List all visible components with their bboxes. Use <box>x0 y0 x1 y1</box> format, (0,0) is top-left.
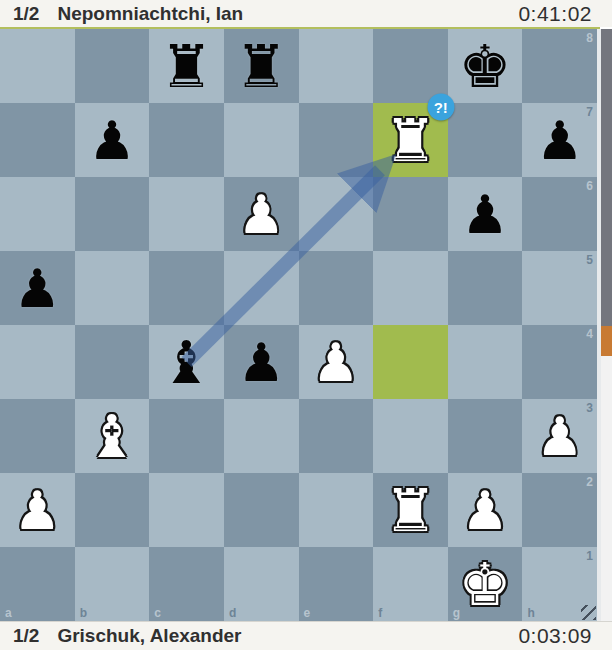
square-f2[interactable]: ♜ <box>373 473 448 547</box>
white-king-g1[interactable]: ♚ <box>448 547 523 621</box>
square-a2[interactable]: ♟ <box>0 473 75 547</box>
rank-label-5: 5 <box>586 253 593 267</box>
black-pawn-a5[interactable]: ♟ <box>0 251 75 325</box>
black-pawn-h7[interactable]: ♟ <box>522 103 597 177</box>
rank-label-8: 8 <box>586 31 593 45</box>
rank-label-6: 6 <box>586 179 593 193</box>
square-d4[interactable]: ♟ <box>224 325 299 399</box>
white-pawn-e4[interactable]: ♟ <box>299 325 374 399</box>
square-b8[interactable] <box>75 29 150 103</box>
square-f1[interactable]: f <box>373 547 448 621</box>
side-scroll-track-bottom <box>601 356 612 621</box>
square-d3[interactable] <box>224 399 299 473</box>
top-player-name: Nepomniachtchi, Ian <box>57 3 243 25</box>
white-pawn-a2[interactable]: ♟ <box>0 473 75 547</box>
square-c3[interactable] <box>149 399 224 473</box>
square-a4[interactable] <box>0 325 75 399</box>
white-pawn-g2[interactable]: ♟ <box>448 473 523 547</box>
top-player-clock: 0:41:02 <box>518 2 592 26</box>
side-scroll-thumb[interactable] <box>601 326 612 356</box>
chess-board[interactable]: ♜♜♚8♟♜♟7♟♟6♟5♝♟♟4♝♟3♟♜♟2abcdef♚g1h <box>0 29 597 621</box>
black-rook-c8[interactable]: ♜ <box>149 29 224 103</box>
square-a7[interactable] <box>0 103 75 177</box>
player-bar-top: 1/2 Nepomniachtchi, Ian 0:41:02 <box>0 0 612 27</box>
file-label-f: f <box>378 606 382 620</box>
file-label-d: d <box>229 606 236 620</box>
square-h5[interactable]: 5 <box>522 251 597 325</box>
square-d8[interactable]: ♜ <box>224 29 299 103</box>
side-scroll-track-top <box>601 29 612 326</box>
square-c1[interactable]: c <box>149 547 224 621</box>
square-e5[interactable] <box>299 251 374 325</box>
rank-label-2: 2 <box>586 475 593 489</box>
square-b1[interactable]: b <box>75 547 150 621</box>
square-e6[interactable] <box>299 177 374 251</box>
file-label-b: b <box>80 606 87 620</box>
square-f3[interactable] <box>373 399 448 473</box>
file-label-c: c <box>154 606 161 620</box>
square-a8[interactable] <box>0 29 75 103</box>
square-a6[interactable] <box>0 177 75 251</box>
black-bishop-c4[interactable]: ♝ <box>149 325 224 399</box>
square-e1[interactable]: e <box>299 547 374 621</box>
bottom-player-name: Grischuk, Alexander <box>57 625 241 647</box>
square-b6[interactable] <box>75 177 150 251</box>
square-e8[interactable] <box>299 29 374 103</box>
board-resize-handle[interactable] <box>581 605 596 620</box>
square-a1[interactable]: a <box>0 547 75 621</box>
file-label-h: h <box>527 606 534 620</box>
bottom-player-clock: 0:03:09 <box>518 624 592 648</box>
square-g3[interactable] <box>448 399 523 473</box>
white-rook-f2[interactable]: ♜ <box>373 473 448 547</box>
square-c4[interactable]: ♝ <box>149 325 224 399</box>
black-king-g8[interactable]: ♚ <box>448 29 523 103</box>
top-player-score: 1/2 <box>13 3 39 25</box>
square-b2[interactable] <box>75 473 150 547</box>
white-pawn-d6[interactable]: ♟ <box>224 177 299 251</box>
black-rook-d8[interactable]: ♜ <box>224 29 299 103</box>
rank-label-1: 1 <box>586 549 593 563</box>
square-c8[interactable]: ♜ <box>149 29 224 103</box>
square-h2[interactable]: 2 <box>522 473 597 547</box>
black-pawn-d4[interactable]: ♟ <box>224 325 299 399</box>
square-d1[interactable]: d <box>224 547 299 621</box>
square-g4[interactable] <box>448 325 523 399</box>
square-c2[interactable] <box>149 473 224 547</box>
square-h4[interactable]: 4 <box>522 325 597 399</box>
square-d5[interactable] <box>224 251 299 325</box>
square-f8[interactable] <box>373 29 448 103</box>
player-bar-bottom: 1/2 Grischuk, Alexander 0:03:09 <box>0 621 612 650</box>
square-c6[interactable] <box>149 177 224 251</box>
square-f5[interactable] <box>373 251 448 325</box>
square-d7[interactable] <box>224 103 299 177</box>
bottom-player-score: 1/2 <box>13 625 39 647</box>
black-pawn-g6[interactable]: ♟ <box>448 177 523 251</box>
chess-tv-window: 1/2 Nepomniachtchi, Ian 0:41:02 ♜♜♚8♟♜♟7… <box>0 0 612 650</box>
file-label-a: a <box>5 606 12 620</box>
square-h8[interactable]: 8 <box>522 29 597 103</box>
square-c5[interactable] <box>149 251 224 325</box>
square-g6[interactable]: ♟ <box>448 177 523 251</box>
square-g2[interactable]: ♟ <box>448 473 523 547</box>
square-d6[interactable]: ♟ <box>224 177 299 251</box>
square-h6[interactable]: 6 <box>522 177 597 251</box>
square-f4[interactable] <box>373 325 448 399</box>
square-b5[interactable] <box>75 251 150 325</box>
square-f6[interactable] <box>373 177 448 251</box>
square-b7[interactable]: ♟ <box>75 103 150 177</box>
square-e2[interactable] <box>299 473 374 547</box>
square-g5[interactable] <box>448 251 523 325</box>
square-a5[interactable]: ♟ <box>0 251 75 325</box>
rank-label-4: 4 <box>586 327 593 341</box>
square-e4[interactable]: ♟ <box>299 325 374 399</box>
white-bishop-b3[interactable]: ♝ <box>75 399 150 473</box>
square-g8[interactable]: ♚ <box>448 29 523 103</box>
black-pawn-b7[interactable]: ♟ <box>75 103 150 177</box>
square-h3[interactable]: ♟3 <box>522 399 597 473</box>
square-d2[interactable] <box>224 473 299 547</box>
square-e7[interactable] <box>299 103 374 177</box>
file-label-e: e <box>304 606 311 620</box>
square-h7[interactable]: ♟7 <box>522 103 597 177</box>
square-c7[interactable] <box>149 103 224 177</box>
board-area: ♜♜♚8♟♜♟7♟♟6♟5♝♟♟4♝♟3♟♜♟2abcdef♚g1h ?! <box>0 29 597 621</box>
square-b4[interactable] <box>75 325 150 399</box>
square-e3[interactable] <box>299 399 374 473</box>
square-a3[interactable] <box>0 399 75 473</box>
white-pawn-h3[interactable]: ♟ <box>522 399 597 473</box>
move-annotation-badge: ?! <box>427 94 454 121</box>
square-g7[interactable] <box>448 103 523 177</box>
square-g1[interactable]: ♚g <box>448 547 523 621</box>
square-b3[interactable]: ♝ <box>75 399 150 473</box>
